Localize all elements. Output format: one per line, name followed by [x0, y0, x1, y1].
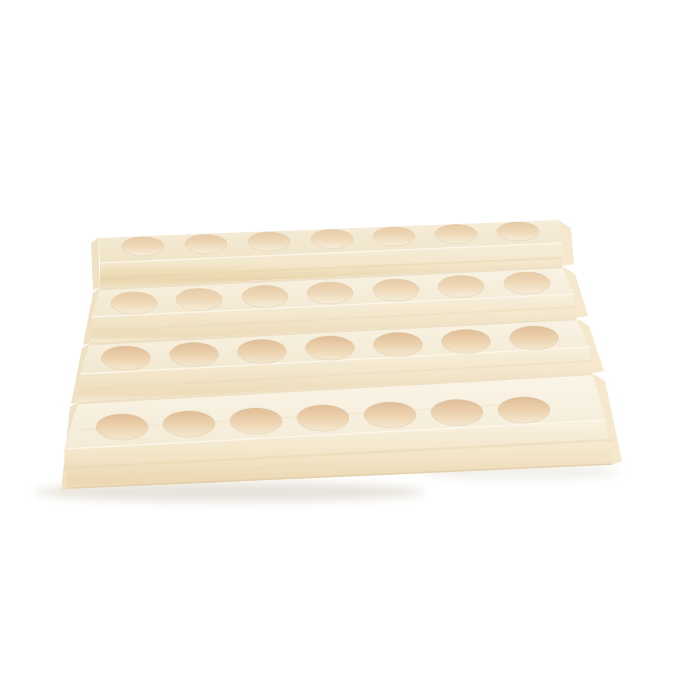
wooden-rack-illustration	[0, 0, 700, 700]
pit-r3-c7	[510, 326, 559, 350]
pit-r2-c3	[242, 286, 288, 308]
pit-r1-c1	[122, 237, 164, 256]
pit-r1-c5	[373, 227, 415, 246]
pit-r4-c7	[498, 397, 550, 423]
pit-r4-c3	[230, 408, 282, 434]
pit-r4-c5	[364, 402, 416, 428]
pit-r2-c5	[373, 279, 419, 301]
pit-r2-c4	[307, 282, 353, 304]
pit-r4-c4	[297, 405, 349, 431]
pit-r4-c1	[96, 414, 148, 440]
pit-r2-c6	[438, 276, 484, 298]
pit-r3-c2	[170, 343, 219, 367]
pit-r1-c6	[435, 225, 477, 244]
pit-r3-c6	[442, 330, 491, 354]
pit-r1-c7	[497, 222, 539, 241]
pit-r1-c3	[248, 232, 290, 251]
pit-r3-c1	[102, 346, 151, 370]
pit-r2-c1	[111, 292, 157, 314]
pit-r3-c3	[238, 340, 287, 364]
pit-r4-c6	[431, 400, 483, 426]
pit-r2-c2	[176, 289, 222, 311]
pit-r2-c7	[504, 272, 550, 294]
pit-r3-c4	[306, 336, 355, 360]
pit-r4-c2	[163, 411, 215, 437]
pit-r1-c4	[311, 230, 353, 249]
product-photo-canvas	[0, 0, 700, 700]
pit-r1-c2	[185, 235, 227, 254]
pit-r3-c5	[374, 333, 423, 357]
